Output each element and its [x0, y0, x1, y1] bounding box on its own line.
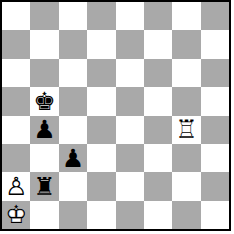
square-e4[interactable]	[116, 116, 144, 144]
square-a7[interactable]	[2, 30, 30, 58]
square-f6[interactable]	[144, 59, 172, 87]
black-rook-icon: ♜	[33, 174, 55, 199]
square-b8[interactable]	[30, 2, 58, 30]
square-a5[interactable]	[2, 87, 30, 115]
square-e5[interactable]	[116, 87, 144, 115]
black-king[interactable]: ♚	[30, 87, 58, 115]
white-pawn[interactable]: ♟♙	[2, 172, 30, 200]
white-king[interactable]: ♚♔	[2, 201, 30, 229]
square-e8[interactable]	[116, 2, 144, 30]
square-h1[interactable]	[201, 201, 229, 229]
square-c2[interactable]	[59, 172, 87, 200]
chess-board: ♚♟♜♖♟♟♙♜♚♔	[0, 0, 231, 231]
square-g1[interactable]	[172, 201, 200, 229]
square-d5[interactable]	[87, 87, 115, 115]
square-h3[interactable]	[201, 144, 229, 172]
square-b2[interactable]: ♜	[30, 172, 58, 200]
square-c5[interactable]	[59, 87, 87, 115]
square-c3[interactable]: ♟	[59, 144, 87, 172]
square-a6[interactable]	[2, 59, 30, 87]
black-pawn[interactable]: ♟	[30, 116, 58, 144]
square-a3[interactable]	[2, 144, 30, 172]
square-a4[interactable]	[2, 116, 30, 144]
square-f5[interactable]	[144, 87, 172, 115]
white-pawn-icon: ♙	[5, 174, 27, 199]
square-h5[interactable]	[201, 87, 229, 115]
square-d7[interactable]	[87, 30, 115, 58]
square-g8[interactable]	[172, 2, 200, 30]
square-b1[interactable]	[30, 201, 58, 229]
black-rook[interactable]: ♜	[30, 172, 58, 200]
square-e3[interactable]	[116, 144, 144, 172]
square-f4[interactable]	[144, 116, 172, 144]
square-b3[interactable]	[30, 144, 58, 172]
square-h7[interactable]	[201, 30, 229, 58]
white-rook-icon: ♖	[175, 117, 197, 142]
square-a2[interactable]: ♟♙	[2, 172, 30, 200]
board-grid: ♚♟♜♖♟♟♙♜♚♔	[2, 2, 229, 229]
square-d8[interactable]	[87, 2, 115, 30]
square-f3[interactable]	[144, 144, 172, 172]
square-c7[interactable]	[59, 30, 87, 58]
black-king-icon: ♚	[33, 89, 55, 114]
square-b5[interactable]: ♚	[30, 87, 58, 115]
square-h6[interactable]	[201, 59, 229, 87]
square-a8[interactable]	[2, 2, 30, 30]
square-a1[interactable]: ♚♔	[2, 201, 30, 229]
square-g5[interactable]	[172, 87, 200, 115]
square-g3[interactable]	[172, 144, 200, 172]
square-e1[interactable]	[116, 201, 144, 229]
square-c8[interactable]	[59, 2, 87, 30]
square-c4[interactable]	[59, 116, 87, 144]
square-b7[interactable]	[30, 30, 58, 58]
square-g4[interactable]: ♜♖	[172, 116, 200, 144]
square-f1[interactable]	[144, 201, 172, 229]
black-pawn-icon: ♟	[62, 146, 84, 171]
square-h8[interactable]	[201, 2, 229, 30]
black-pawn-icon: ♟	[33, 117, 55, 142]
black-pawn[interactable]: ♟	[59, 144, 87, 172]
square-h2[interactable]	[201, 172, 229, 200]
square-h4[interactable]	[201, 116, 229, 144]
square-d3[interactable]	[87, 144, 115, 172]
square-d4[interactable]	[87, 116, 115, 144]
square-c6[interactable]	[59, 59, 87, 87]
square-f7[interactable]	[144, 30, 172, 58]
square-e6[interactable]	[116, 59, 144, 87]
square-d6[interactable]	[87, 59, 115, 87]
white-rook[interactable]: ♜♖	[172, 116, 200, 144]
square-g7[interactable]	[172, 30, 200, 58]
square-f2[interactable]	[144, 172, 172, 200]
square-g6[interactable]	[172, 59, 200, 87]
square-d1[interactable]	[87, 201, 115, 229]
white-king-icon: ♔	[5, 202, 27, 227]
square-e7[interactable]	[116, 30, 144, 58]
square-b4[interactable]: ♟	[30, 116, 58, 144]
square-g2[interactable]	[172, 172, 200, 200]
square-d2[interactable]	[87, 172, 115, 200]
square-e2[interactable]	[116, 172, 144, 200]
square-f8[interactable]	[144, 2, 172, 30]
square-c1[interactable]	[59, 201, 87, 229]
square-b6[interactable]	[30, 59, 58, 87]
